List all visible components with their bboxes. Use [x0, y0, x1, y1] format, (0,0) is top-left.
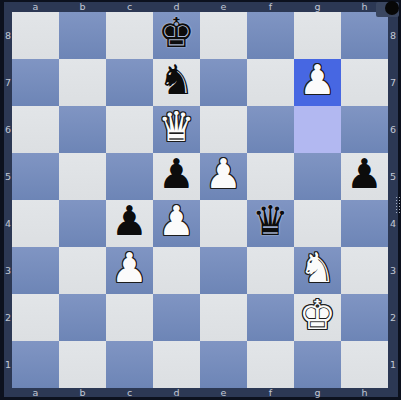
rank-label-2: 2 [388, 313, 398, 323]
square-a4[interactable] [12, 200, 59, 247]
square-f5[interactable] [247, 153, 294, 200]
rank-label-6: 6 [4, 125, 12, 135]
square-a3[interactable] [12, 247, 59, 294]
rank-label-5: 5 [388, 172, 398, 182]
file-label-g: g [294, 388, 341, 398]
square-g8[interactable] [294, 12, 341, 59]
square-c7[interactable] [106, 59, 153, 106]
square-g6[interactable] [294, 106, 341, 153]
file-label-c: c [106, 2, 153, 12]
square-f3[interactable] [247, 247, 294, 294]
black-queen[interactable]: ♛ [252, 198, 289, 245]
file-labels-bottom: abcdefgh [12, 388, 388, 397]
square-d7[interactable]: ♞ [153, 59, 200, 106]
board: ♚♞♟♛♟♟♟♟♟♛♟♞♚ [12, 12, 388, 388]
file-label-g: g [294, 2, 341, 12]
file-label-b: b [59, 2, 106, 12]
rank-label-7: 7 [4, 78, 12, 88]
square-e7[interactable] [200, 59, 247, 106]
square-c5[interactable] [106, 153, 153, 200]
square-h1[interactable] [341, 341, 388, 388]
square-c2[interactable] [106, 294, 153, 341]
rank-label-4: 4 [388, 219, 398, 229]
square-b7[interactable] [59, 59, 106, 106]
white-king[interactable]: ♚ [299, 292, 336, 339]
square-c6[interactable] [106, 106, 153, 153]
file-labels-top-row: abcdefgh [12, 2, 388, 12]
rank-label-6: 6 [388, 125, 398, 135]
square-c4[interactable]: ♟ [106, 200, 153, 247]
file-labels-bottom-row: abcdefgh [12, 388, 388, 397]
rank-label-1: 1 [4, 360, 12, 370]
square-h6[interactable] [341, 106, 388, 153]
square-h8[interactable] [341, 12, 388, 59]
square-d2[interactable] [153, 294, 200, 341]
square-d5[interactable]: ♟ [153, 153, 200, 200]
square-a6[interactable] [12, 106, 59, 153]
square-c3[interactable]: ♟ [106, 247, 153, 294]
square-b6[interactable] [59, 106, 106, 153]
square-g5[interactable] [294, 153, 341, 200]
file-label-h: h [341, 388, 388, 398]
square-a5[interactable] [12, 153, 59, 200]
square-g4[interactable] [294, 200, 341, 247]
square-f4[interactable]: ♛ [247, 200, 294, 247]
square-g2[interactable]: ♚ [294, 294, 341, 341]
square-b1[interactable] [59, 341, 106, 388]
rank-label-8: 8 [388, 31, 398, 41]
square-h2[interactable] [341, 294, 388, 341]
white-knight[interactable]: ♞ [299, 245, 336, 292]
square-a1[interactable] [12, 341, 59, 388]
rank-label-3: 3 [388, 266, 398, 276]
black-pawn[interactable]: ♟ [158, 151, 195, 198]
black-pawn[interactable]: ♟ [111, 198, 148, 245]
square-f1[interactable] [247, 341, 294, 388]
square-b4[interactable] [59, 200, 106, 247]
square-a2[interactable] [12, 294, 59, 341]
file-label-b: b [59, 388, 106, 398]
rank-label-5: 5 [4, 172, 12, 182]
square-h7[interactable] [341, 59, 388, 106]
white-pawn[interactable]: ♟ [299, 57, 336, 104]
rank-labels-left: 87654321 [4, 12, 12, 388]
black-pawn[interactable]: ♟ [346, 151, 383, 198]
white-pawn[interactable]: ♟ [111, 245, 148, 292]
file-label-a: a [12, 388, 59, 398]
white-queen[interactable]: ♛ [158, 104, 195, 151]
square-b8[interactable] [59, 12, 106, 59]
rank-label-4: 4 [4, 219, 12, 229]
file-label-e: e [200, 388, 247, 398]
square-f2[interactable] [247, 294, 294, 341]
white-pawn[interactable]: ♟ [158, 198, 195, 245]
square-h3[interactable] [341, 247, 388, 294]
file-label-e: e [200, 2, 247, 12]
square-e5[interactable]: ♟ [200, 153, 247, 200]
chessboard-window: abcdefgh 87654321 ♚♞♟♛♟♟♟♟♟♛♟♞♚ 87654321… [0, 0, 401, 400]
square-d4[interactable]: ♟ [153, 200, 200, 247]
square-d1[interactable] [153, 341, 200, 388]
square-g1[interactable] [294, 341, 341, 388]
square-d3[interactable] [153, 247, 200, 294]
square-e3[interactable] [200, 247, 247, 294]
square-d6[interactable]: ♛ [153, 106, 200, 153]
square-f8[interactable] [247, 12, 294, 59]
square-g7[interactable]: ♟ [294, 59, 341, 106]
black-to-move-indicator-icon[interactable] [385, 1, 399, 15]
white-pawn[interactable]: ♟ [205, 151, 242, 198]
square-f6[interactable] [247, 106, 294, 153]
rank-label-8: 8 [4, 31, 12, 41]
square-f7[interactable] [247, 59, 294, 106]
square-a7[interactable] [12, 59, 59, 106]
square-b2[interactable] [59, 294, 106, 341]
square-e4[interactable] [200, 200, 247, 247]
square-b5[interactable] [59, 153, 106, 200]
rank-label-2: 2 [4, 313, 12, 323]
square-a8[interactable] [12, 12, 59, 59]
board-panel: abcdefgh 87654321 ♚♞♟♛♟♟♟♟♟♛♟♞♚ 87654321… [4, 2, 398, 397]
file-label-a: a [12, 2, 59, 12]
file-label-f: f [247, 2, 294, 12]
square-h5[interactable]: ♟ [341, 153, 388, 200]
file-label-f: f [247, 388, 294, 398]
square-e1[interactable] [200, 341, 247, 388]
square-e6[interactable] [200, 106, 247, 153]
square-b3[interactable] [59, 247, 106, 294]
square-h4[interactable] [341, 200, 388, 247]
file-label-c: c [106, 388, 153, 398]
square-e2[interactable] [200, 294, 247, 341]
square-e8[interactable] [200, 12, 247, 59]
square-g3[interactable]: ♞ [294, 247, 341, 294]
file-labels-top: abcdefgh [12, 2, 388, 12]
rank-label-7: 7 [388, 78, 398, 88]
rank-label-1: 1 [388, 360, 398, 370]
rank-labels-left-col: 87654321 [4, 12, 12, 388]
black-knight[interactable]: ♞ [158, 57, 195, 104]
square-d8[interactable]: ♚ [153, 12, 200, 59]
black-king[interactable]: ♚ [158, 10, 195, 57]
file-label-d: d [153, 388, 200, 398]
rank-label-3: 3 [4, 266, 12, 276]
square-c1[interactable] [106, 341, 153, 388]
resize-handle-icon[interactable] [394, 195, 401, 214]
square-c8[interactable] [106, 12, 153, 59]
